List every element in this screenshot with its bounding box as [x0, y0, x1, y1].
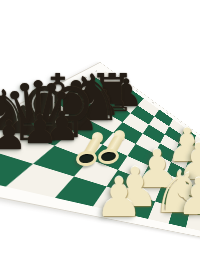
coordinate-label: 1	[94, 70, 99, 73]
coordinate-label: 5	[32, 102, 42, 107]
coordinate-label: 4	[52, 92, 60, 96]
board-mat: abcdefgh 12345678	[0, 62, 200, 238]
coordinate-label: e	[179, 121, 181, 124]
coordinate-label: c	[151, 102, 154, 105]
coordinate-label: 2	[82, 76, 88, 80]
coordinate-label: f	[190, 129, 191, 131]
coordinate-label: 3	[68, 83, 75, 87]
chess-board	[0, 71, 200, 230]
coordinate-label: 6	[8, 115, 20, 121]
square[interactable]	[186, 212, 200, 231]
chessboard-photo-scene: abcdefgh 12345678 ♞♛♚♝♞♜♟♟♟♟♟♟♟♟♟♟♟♟♞♟	[0, 0, 200, 280]
coordinate-label: d	[166, 112, 169, 115]
